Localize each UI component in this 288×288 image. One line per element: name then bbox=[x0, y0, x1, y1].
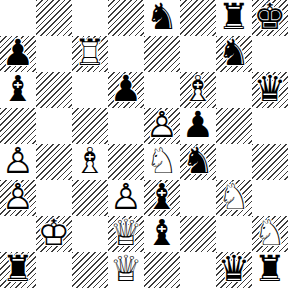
white-pawn-silhouette: ♟ bbox=[2, 179, 34, 215]
white-pawn-silhouette: ♟ bbox=[2, 143, 34, 179]
piece-black-pawn[interactable]: ♟♟ bbox=[0, 36, 36, 72]
square-h5[interactable] bbox=[252, 108, 288, 144]
square-c2[interactable] bbox=[72, 216, 108, 252]
square-e2[interactable]: ♝♝ bbox=[144, 216, 180, 252]
piece-black-queen[interactable]: ♛♛ bbox=[252, 72, 288, 108]
white-queen-glyph: ♕ bbox=[110, 215, 142, 251]
square-a6[interactable]: ♝♝ bbox=[0, 72, 36, 108]
square-a2[interactable] bbox=[0, 216, 36, 252]
piece-black-knight[interactable]: ♞♞ bbox=[144, 0, 180, 36]
white-bishop-glyph: ♗ bbox=[182, 71, 214, 107]
square-d6[interactable]: ♟♟ bbox=[108, 72, 144, 108]
piece-black-bishop[interactable]: ♝♝ bbox=[0, 72, 36, 108]
piece-black-pawn[interactable]: ♟♟ bbox=[180, 108, 216, 144]
square-g2[interactable] bbox=[216, 216, 252, 252]
square-e1[interactable] bbox=[144, 252, 180, 288]
square-f1[interactable] bbox=[180, 252, 216, 288]
black-queen-silhouette: ♛ bbox=[218, 251, 250, 287]
black-knight-glyph: ♞ bbox=[218, 35, 250, 71]
white-pawn-glyph: ♙ bbox=[146, 107, 178, 143]
white-pawn-silhouette: ♟ bbox=[110, 179, 142, 215]
square-g3[interactable]: ♞♘ bbox=[216, 180, 252, 216]
white-knight-glyph: ♘ bbox=[146, 143, 178, 179]
square-h2[interactable]: ♞♘ bbox=[252, 216, 288, 252]
piece-black-knight[interactable]: ♞♞ bbox=[180, 144, 216, 180]
square-h8[interactable]: ♚♚ bbox=[252, 0, 288, 36]
piece-black-bishop[interactable]: ♝♝ bbox=[144, 216, 180, 252]
square-g7[interactable]: ♞♞ bbox=[216, 36, 252, 72]
piece-white-pawn[interactable]: ♟♙ bbox=[0, 180, 36, 216]
piece-white-pawn[interactable]: ♟♙ bbox=[108, 180, 144, 216]
square-g4[interactable] bbox=[216, 144, 252, 180]
white-knight-silhouette: ♞ bbox=[254, 215, 286, 251]
square-h6[interactable]: ♛♛ bbox=[252, 72, 288, 108]
square-a1[interactable]: ♜♜ bbox=[0, 252, 36, 288]
square-c1[interactable] bbox=[72, 252, 108, 288]
square-a8[interactable] bbox=[0, 0, 36, 36]
square-c8[interactable] bbox=[72, 0, 108, 36]
white-pawn-glyph: ♙ bbox=[110, 179, 142, 215]
square-e7[interactable] bbox=[144, 36, 180, 72]
white-queen-silhouette: ♛ bbox=[110, 215, 142, 251]
square-e6[interactable] bbox=[144, 72, 180, 108]
piece-white-knight[interactable]: ♞♘ bbox=[216, 180, 252, 216]
square-c5[interactable] bbox=[72, 108, 108, 144]
piece-black-rook[interactable]: ♜♜ bbox=[216, 0, 252, 36]
square-h1[interactable]: ♜♜ bbox=[252, 252, 288, 288]
piece-black-rook[interactable]: ♜♜ bbox=[252, 252, 288, 288]
piece-white-pawn[interactable]: ♟♙ bbox=[0, 144, 36, 180]
square-d7[interactable] bbox=[108, 36, 144, 72]
white-pawn-silhouette: ♟ bbox=[146, 107, 178, 143]
black-bishop-silhouette: ♝ bbox=[146, 215, 178, 251]
black-rook-glyph: ♜ bbox=[218, 0, 250, 35]
square-b8[interactable] bbox=[36, 0, 72, 36]
square-h3[interactable] bbox=[252, 180, 288, 216]
black-rook-silhouette: ♜ bbox=[218, 0, 250, 35]
square-b5[interactable] bbox=[36, 108, 72, 144]
piece-black-bishop[interactable]: ♝♝ bbox=[144, 180, 180, 216]
black-queen-silhouette: ♛ bbox=[254, 71, 286, 107]
square-g8[interactable]: ♜♜ bbox=[216, 0, 252, 36]
white-rook-silhouette: ♜ bbox=[74, 35, 106, 71]
black-bishop-silhouette: ♝ bbox=[2, 71, 34, 107]
white-king-glyph: ♔ bbox=[38, 215, 70, 251]
black-knight-silhouette: ♞ bbox=[182, 143, 214, 179]
piece-white-king[interactable]: ♚♔ bbox=[36, 216, 72, 252]
black-knight-silhouette: ♞ bbox=[146, 0, 178, 35]
black-bishop-silhouette: ♝ bbox=[146, 179, 178, 215]
black-knight-silhouette: ♞ bbox=[218, 35, 250, 71]
square-f4[interactable]: ♞♞ bbox=[180, 144, 216, 180]
black-bishop-glyph: ♝ bbox=[2, 71, 34, 107]
black-pawn-glyph: ♟ bbox=[182, 107, 214, 143]
square-e4[interactable]: ♞♘ bbox=[144, 144, 180, 180]
square-e8[interactable]: ♞♞ bbox=[144, 0, 180, 36]
black-pawn-silhouette: ♟ bbox=[182, 107, 214, 143]
square-f2[interactable] bbox=[180, 216, 216, 252]
piece-white-queen[interactable]: ♛♕ bbox=[108, 252, 144, 288]
black-king-silhouette: ♚ bbox=[254, 0, 286, 35]
square-d3[interactable]: ♟♙ bbox=[108, 180, 144, 216]
square-d8[interactable] bbox=[108, 0, 144, 36]
square-h4[interactable] bbox=[252, 144, 288, 180]
square-g1[interactable]: ♛♛ bbox=[216, 252, 252, 288]
square-f8[interactable] bbox=[180, 0, 216, 36]
white-king-silhouette: ♚ bbox=[38, 215, 70, 251]
white-bishop-glyph: ♗ bbox=[74, 143, 106, 179]
square-e3[interactable]: ♝♝ bbox=[144, 180, 180, 216]
black-rook-glyph: ♜ bbox=[254, 251, 286, 287]
white-rook-glyph: ♖ bbox=[74, 35, 106, 71]
square-c4[interactable]: ♝♗ bbox=[72, 144, 108, 180]
square-b7[interactable] bbox=[36, 36, 72, 72]
piece-black-rook[interactable]: ♜♜ bbox=[0, 252, 36, 288]
square-f6[interactable]: ♝♗ bbox=[180, 72, 216, 108]
piece-white-queen[interactable]: ♛♕ bbox=[108, 216, 144, 252]
square-g5[interactable] bbox=[216, 108, 252, 144]
square-d4[interactable] bbox=[108, 144, 144, 180]
black-bishop-glyph: ♝ bbox=[146, 215, 178, 251]
white-knight-glyph: ♘ bbox=[218, 179, 250, 215]
square-d2[interactable]: ♛♕ bbox=[108, 216, 144, 252]
white-knight-silhouette: ♞ bbox=[146, 143, 178, 179]
black-king-glyph: ♚ bbox=[254, 0, 286, 35]
square-a3[interactable]: ♟♙ bbox=[0, 180, 36, 216]
black-rook-glyph: ♜ bbox=[2, 251, 34, 287]
black-pawn-glyph: ♟ bbox=[110, 71, 142, 107]
white-queen-silhouette: ♛ bbox=[110, 251, 142, 287]
piece-black-king[interactable]: ♚♚ bbox=[252, 0, 288, 36]
black-pawn-glyph: ♟ bbox=[2, 35, 34, 71]
square-b6[interactable] bbox=[36, 72, 72, 108]
white-bishop-silhouette: ♝ bbox=[182, 71, 214, 107]
piece-white-pawn[interactable]: ♟♙ bbox=[144, 108, 180, 144]
square-b4[interactable] bbox=[36, 144, 72, 180]
black-pawn-silhouette: ♟ bbox=[2, 35, 34, 71]
black-knight-glyph: ♞ bbox=[182, 143, 214, 179]
black-bishop-glyph: ♝ bbox=[146, 179, 178, 215]
square-b3[interactable] bbox=[36, 180, 72, 216]
square-h7[interactable] bbox=[252, 36, 288, 72]
piece-white-rook[interactable]: ♜♖ bbox=[72, 36, 108, 72]
white-bishop-silhouette: ♝ bbox=[74, 143, 106, 179]
square-c3[interactable] bbox=[72, 180, 108, 216]
square-a5[interactable] bbox=[0, 108, 36, 144]
black-pawn-silhouette: ♟ bbox=[110, 71, 142, 107]
piece-white-knight[interactable]: ♞♘ bbox=[252, 216, 288, 252]
piece-white-bishop[interactable]: ♝♗ bbox=[180, 72, 216, 108]
black-queen-glyph: ♛ bbox=[254, 71, 286, 107]
piece-black-pawn[interactable]: ♟♟ bbox=[108, 72, 144, 108]
piece-white-knight[interactable]: ♞♘ bbox=[144, 144, 180, 180]
black-queen-glyph: ♛ bbox=[218, 251, 250, 287]
square-a7[interactable]: ♟♟ bbox=[0, 36, 36, 72]
square-d1[interactable]: ♛♕ bbox=[108, 252, 144, 288]
piece-black-knight[interactable]: ♞♞ bbox=[216, 36, 252, 72]
square-e5[interactable]: ♟♙ bbox=[144, 108, 180, 144]
square-b2[interactable]: ♚♔ bbox=[36, 216, 72, 252]
white-knight-glyph: ♘ bbox=[254, 215, 286, 251]
black-knight-glyph: ♞ bbox=[146, 0, 178, 35]
square-d5[interactable] bbox=[108, 108, 144, 144]
square-a4[interactable]: ♟♙ bbox=[0, 144, 36, 180]
square-f3[interactable] bbox=[180, 180, 216, 216]
piece-black-queen[interactable]: ♛♛ bbox=[216, 252, 252, 288]
square-f5[interactable]: ♟♟ bbox=[180, 108, 216, 144]
white-pawn-glyph: ♙ bbox=[2, 179, 34, 215]
white-knight-silhouette: ♞ bbox=[218, 179, 250, 215]
white-queen-glyph: ♕ bbox=[110, 251, 142, 287]
square-b1[interactable] bbox=[36, 252, 72, 288]
square-c7[interactable]: ♜♖ bbox=[72, 36, 108, 72]
piece-white-bishop[interactable]: ♝♗ bbox=[72, 144, 108, 180]
black-rook-silhouette: ♜ bbox=[2, 251, 34, 287]
white-pawn-glyph: ♙ bbox=[2, 143, 34, 179]
chess-board: ♞♞♜♜♚♚♟♟♜♖♞♞♝♝♟♟♝♗♛♛♟♙♟♟♟♙♝♗♞♘♞♞♟♙♟♙♝♝♞♘… bbox=[0, 0, 288, 288]
square-c6[interactable] bbox=[72, 72, 108, 108]
black-rook-silhouette: ♜ bbox=[254, 251, 286, 287]
square-f7[interactable] bbox=[180, 36, 216, 72]
square-g6[interactable] bbox=[216, 72, 252, 108]
